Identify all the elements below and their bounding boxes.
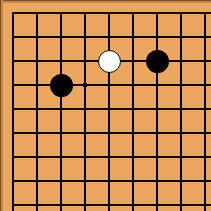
- grid-line-horizontal: [12, 204, 211, 206]
- grid-line-horizontal: [12, 180, 211, 182]
- white-stone[interactable]: [98, 50, 121, 73]
- black-stone[interactable]: [146, 50, 169, 73]
- board-edge-left: [0, 0, 3, 211]
- go-board[interactable]: [0, 0, 211, 211]
- board-edge-top: [0, 0, 211, 3]
- grid-line-vertical: [204, 12, 206, 211]
- star-point: [83, 83, 87, 87]
- black-stone[interactable]: [50, 74, 73, 97]
